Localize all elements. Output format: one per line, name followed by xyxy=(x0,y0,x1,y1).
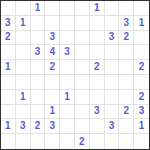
cell-r6c2[interactable] xyxy=(16,75,31,90)
cell-r8c4: 1 xyxy=(45,105,60,120)
cell-r7c2: 1 xyxy=(16,90,31,105)
cell-r8c1[interactable] xyxy=(1,105,16,120)
cell-r8c10: 3 xyxy=(134,105,149,120)
cell-r9c5[interactable] xyxy=(60,119,75,134)
cell-r7c6[interactable] xyxy=(75,90,90,105)
cell-r6c9[interactable] xyxy=(119,75,134,90)
cell-r8c3[interactable] xyxy=(31,105,46,120)
cell-r4c5: 3 xyxy=(60,45,75,60)
cell-r3c10[interactable] xyxy=(134,31,149,46)
cell-r3c4: 3 xyxy=(45,31,60,46)
cell-r4c3: 3 xyxy=(31,45,46,60)
cell-r10c9[interactable] xyxy=(119,134,134,149)
cell-r4c4: 4 xyxy=(45,45,60,60)
cell-r6c5[interactable] xyxy=(60,75,75,90)
cell-r7c7[interactable] xyxy=(90,90,105,105)
cell-r7c3[interactable] xyxy=(31,90,46,105)
cell-r5c6[interactable] xyxy=(75,60,90,75)
cell-r6c8[interactable] xyxy=(105,75,120,90)
cell-r5c8[interactable] xyxy=(105,60,120,75)
cell-r4c10[interactable] xyxy=(134,45,149,60)
cell-r9c8: 3 xyxy=(105,119,120,134)
cell-r1c6[interactable] xyxy=(75,1,90,16)
cell-r1c5[interactable] xyxy=(60,1,75,16)
cell-r1c7: 1 xyxy=(90,1,105,16)
cell-r3c3[interactable] xyxy=(31,31,46,46)
cell-r5c9[interactable] xyxy=(119,60,134,75)
cell-r1c9[interactable] xyxy=(119,1,134,16)
cell-r2c1: 3 xyxy=(1,16,16,31)
cell-r6c6[interactable] xyxy=(75,75,90,90)
cell-r8c7: 3 xyxy=(90,105,105,120)
cell-r5c7: 2 xyxy=(90,60,105,75)
cell-r7c10: 2 xyxy=(134,90,149,105)
cell-r9c10: 1 xyxy=(134,119,149,134)
cell-r2c5[interactable] xyxy=(60,16,75,31)
cell-r5c10: 2 xyxy=(134,60,149,75)
minesweeper-board: 1131312332343122211213231323312 xyxy=(0,0,150,150)
cell-r2c2: 1 xyxy=(16,16,31,31)
cell-r10c5[interactable] xyxy=(60,134,75,149)
cell-r4c1[interactable] xyxy=(1,45,16,60)
cell-r2c3[interactable] xyxy=(31,16,46,31)
cell-r1c1[interactable] xyxy=(1,1,16,16)
cell-r8c9: 2 xyxy=(119,105,134,120)
cell-r5c4: 2 xyxy=(45,60,60,75)
cell-r7c1[interactable] xyxy=(1,90,16,105)
cell-r9c1: 1 xyxy=(1,119,16,134)
cell-r4c6[interactable] xyxy=(75,45,90,60)
cell-r6c1[interactable] xyxy=(1,75,16,90)
cell-r3c8: 3 xyxy=(105,31,120,46)
cell-r2c6[interactable] xyxy=(75,16,90,31)
cell-r7c5: 1 xyxy=(60,90,75,105)
cell-r10c10[interactable] xyxy=(134,134,149,149)
cell-r1c4[interactable] xyxy=(45,1,60,16)
cell-r3c2[interactable] xyxy=(16,31,31,46)
cell-r1c10[interactable] xyxy=(134,1,149,16)
cell-r6c7[interactable] xyxy=(90,75,105,90)
cell-r8c5[interactable] xyxy=(60,105,75,120)
cell-r10c7[interactable] xyxy=(90,134,105,149)
cell-r10c6: 2 xyxy=(75,134,90,149)
cell-r7c9[interactable] xyxy=(119,90,134,105)
cell-r4c2[interactable] xyxy=(16,45,31,60)
cell-r10c2[interactable] xyxy=(16,134,31,149)
cell-r2c10: 1 xyxy=(134,16,149,31)
cell-r4c8[interactable] xyxy=(105,45,120,60)
cell-r9c7[interactable] xyxy=(90,119,105,134)
cell-r9c3: 2 xyxy=(31,119,46,134)
cell-r9c9[interactable] xyxy=(119,119,134,134)
cell-r4c9[interactable] xyxy=(119,45,134,60)
cell-r10c3[interactable] xyxy=(31,134,46,149)
cell-r5c1: 1 xyxy=(1,60,16,75)
cell-r8c6[interactable] xyxy=(75,105,90,120)
cell-r7c4[interactable] xyxy=(45,90,60,105)
cell-r1c2[interactable] xyxy=(16,1,31,16)
cell-r2c8[interactable] xyxy=(105,16,120,31)
cell-r5c5[interactable] xyxy=(60,60,75,75)
cell-r10c1[interactable] xyxy=(1,134,16,149)
cell-r5c3[interactable] xyxy=(31,60,46,75)
cell-r2c9: 3 xyxy=(119,16,134,31)
cell-r8c2[interactable] xyxy=(16,105,31,120)
cell-r3c7[interactable] xyxy=(90,31,105,46)
cell-r3c1: 2 xyxy=(1,31,16,46)
cell-r1c3: 1 xyxy=(31,1,46,16)
cell-r3c5[interactable] xyxy=(60,31,75,46)
cell-r3c9: 2 xyxy=(119,31,134,46)
cell-r7c8[interactable] xyxy=(105,90,120,105)
cell-r1c8[interactable] xyxy=(105,1,120,16)
cell-r6c3[interactable] xyxy=(31,75,46,90)
cell-r8c8[interactable] xyxy=(105,105,120,120)
cell-r10c4[interactable] xyxy=(45,134,60,149)
cell-r5c2[interactable] xyxy=(16,60,31,75)
cell-r4c7[interactable] xyxy=(90,45,105,60)
cell-r2c7[interactable] xyxy=(90,16,105,31)
cell-r6c4[interactable] xyxy=(45,75,60,90)
cell-r9c2: 3 xyxy=(16,119,31,134)
cell-r2c4[interactable] xyxy=(45,16,60,31)
cell-r10c8[interactable] xyxy=(105,134,120,149)
cell-r6c10[interactable] xyxy=(134,75,149,90)
cell-r3c6[interactable] xyxy=(75,31,90,46)
cell-r9c4: 3 xyxy=(45,119,60,134)
cell-r9c6[interactable] xyxy=(75,119,90,134)
